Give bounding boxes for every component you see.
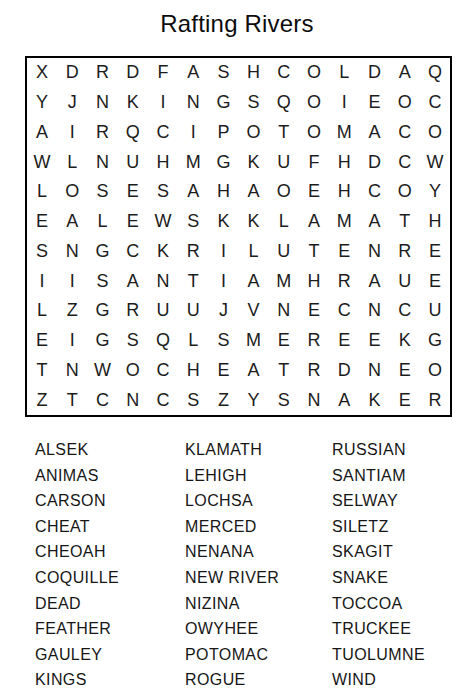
word-list-item: NIZINA	[185, 591, 279, 617]
grid-cell-r8c3[interactable]: S	[87, 266, 117, 296]
grid-cell-r1c5[interactable]: F	[148, 58, 178, 88]
grid-cell-r6c12[interactable]: A	[359, 207, 389, 237]
grid-cell-r7c14[interactable]: E	[420, 237, 450, 267]
grid-cell-r5c10[interactable]: E	[299, 177, 329, 207]
grid-cell-r11c13[interactable]: E	[390, 356, 420, 386]
grid-cell-r3c9[interactable]: T	[269, 118, 299, 148]
word-list-item: CHEOAH	[35, 539, 119, 565]
grid-cell-r4c11[interactable]: H	[329, 147, 359, 177]
grid-cell-r3c14[interactable]: O	[420, 118, 450, 148]
word-list-item: ROGUE	[185, 667, 279, 693]
grid-cell-r3c12[interactable]: A	[359, 118, 389, 148]
grid-cell-r9c4[interactable]: R	[118, 296, 148, 326]
grid-cell-r8c14[interactable]: E	[420, 266, 450, 296]
word-list-item: KLAMATH	[185, 437, 279, 463]
word-list-item: FEATHER	[35, 616, 119, 642]
grid-cell-r8c9[interactable]: M	[269, 266, 299, 296]
word-list-item: ANIMAS	[35, 463, 119, 489]
grid-cell-r4c5[interactable]: H	[148, 147, 178, 177]
grid-cell-r5c3[interactable]: S	[87, 177, 117, 207]
grid-cell-r2c9[interactable]: Q	[269, 88, 299, 118]
word-list-item: CHEAT	[35, 514, 119, 540]
word-list-item: NENANA	[185, 539, 279, 565]
word-list-item: POTOMAC	[185, 642, 279, 668]
grid-cell-r5c9[interactable]: O	[269, 177, 299, 207]
grid-cell-r4c13[interactable]: C	[390, 147, 420, 177]
grid-cell-r3c11[interactable]: M	[329, 118, 359, 148]
grid-cell-r3c5[interactable]: C	[148, 118, 178, 148]
word-list-item: WIND	[332, 667, 425, 693]
word-list-item: SILETZ	[332, 514, 425, 540]
grid-cell-r10c13[interactable]: K	[390, 326, 420, 356]
grid-cell-r5c14[interactable]: Y	[420, 177, 450, 207]
grid-cell-r4c10[interactable]: F	[299, 147, 329, 177]
grid-cell-r1c14[interactable]: Q	[420, 58, 450, 88]
grid-cell-r7c11[interactable]: E	[329, 237, 359, 267]
grid-cell-r12c12[interactable]: K	[359, 385, 389, 415]
grid-cell-r4c3[interactable]: N	[87, 147, 117, 177]
grid-cell-r12c6[interactable]: S	[178, 385, 208, 415]
grid-cell-r1c8[interactable]: H	[238, 58, 268, 88]
grid-cell-r12c1[interactable]: Z	[27, 385, 57, 415]
grid-cell-r2c2[interactable]: J	[57, 88, 87, 118]
grid-cell-r12c13[interactable]: E	[390, 385, 420, 415]
grid-cell-r11c9[interactable]: T	[269, 356, 299, 386]
grid-cell-r2c14[interactable]: C	[420, 88, 450, 118]
grid-cell-r4c7[interactable]: G	[208, 147, 238, 177]
grid-cell-r10c8[interactable]: M	[238, 326, 268, 356]
grid-cell-r6c1[interactable]: E	[27, 207, 57, 237]
grid-cell-r7c6[interactable]: R	[178, 237, 208, 267]
word-list-item: TRUCKEE	[332, 616, 425, 642]
grid-cell-r6c9[interactable]: L	[269, 207, 299, 237]
grid-cell-r4c2[interactable]: L	[57, 147, 87, 177]
word-list-column-2: KLAMATHLEHIGHLOCHSAMERCEDNENANANEW RIVER…	[185, 437, 279, 693]
grid-cell-r1c3[interactable]: R	[87, 58, 117, 88]
grid-cell-r5c1[interactable]: L	[27, 177, 57, 207]
word-list-item: OWYHEE	[185, 616, 279, 642]
grid-cell-r7c13[interactable]: R	[390, 237, 420, 267]
grid-cell-r3c13[interactable]: C	[390, 118, 420, 148]
grid-cell-r5c12[interactable]: C	[359, 177, 389, 207]
word-search-grid: XDRDFASHCOLDAQYJNKINGSQOIEOCAIRQCIPOTOMA…	[25, 56, 452, 417]
grid-cell-r11c10[interactable]: R	[299, 356, 329, 386]
grid-cell-r11c11[interactable]: D	[329, 356, 359, 386]
grid-cell-r9c10[interactable]: E	[299, 296, 329, 326]
grid-cell-r7c8[interactable]: L	[238, 237, 268, 267]
grid-cell-r7c3[interactable]: G	[87, 237, 117, 267]
grid-cell-r5c8[interactable]: A	[238, 177, 268, 207]
grid-cell-r2c4[interactable]: K	[118, 88, 148, 118]
grid-cell-r10c9[interactable]: E	[269, 326, 299, 356]
grid-cell-r3c4[interactable]: Q	[118, 118, 148, 148]
grid-cell-r7c1[interactable]: S	[27, 237, 57, 267]
word-list-item: SKAGIT	[332, 539, 425, 565]
grid-cell-r2c1[interactable]: Y	[27, 88, 57, 118]
grid-cell-r6c4[interactable]: E	[118, 207, 148, 237]
grid-cell-r11c14[interactable]: O	[420, 356, 450, 386]
grid-cell-r1c7[interactable]: S	[208, 58, 238, 88]
word-list-item: TUOLUMNE	[332, 642, 425, 668]
grid-cell-r2c3[interactable]: N	[87, 88, 117, 118]
grid-cell-r11c1[interactable]: T	[27, 356, 57, 386]
grid-cell-r4c1[interactable]: W	[27, 147, 57, 177]
grid-cell-r4c12[interactable]: D	[359, 147, 389, 177]
grid-cell-r10c10[interactable]: R	[299, 326, 329, 356]
grid-cell-r7c4[interactable]: C	[118, 237, 148, 267]
grid-cell-r1c1[interactable]: X	[27, 58, 57, 88]
grid-cell-r8c1[interactable]: I	[27, 266, 57, 296]
word-list-item: RUSSIAN	[332, 437, 425, 463]
grid-cell-r6c6[interactable]: S	[178, 207, 208, 237]
word-list-item: TOCCOA	[332, 591, 425, 617]
grid-cell-r4c6[interactable]: M	[178, 147, 208, 177]
grid-cell-r5c7[interactable]: H	[208, 177, 238, 207]
word-list-item: MERCED	[185, 514, 279, 540]
grid-cell-r1c9[interactable]: C	[269, 58, 299, 88]
grid-cell-r12c2[interactable]: T	[57, 385, 87, 415]
grid-cell-r11c5[interactable]: C	[148, 356, 178, 386]
grid-cell-r4c14[interactable]: W	[420, 147, 450, 177]
grid-cell-r10c1[interactable]: E	[27, 326, 57, 356]
grid-cell-r2c7[interactable]: G	[208, 88, 238, 118]
grid-cell-r3c10[interactable]: O	[299, 118, 329, 148]
grid-cell-r8c4[interactable]: A	[118, 266, 148, 296]
grid-cell-r4c8[interactable]: K	[238, 147, 268, 177]
word-list-item: SNAKE	[332, 565, 425, 591]
puzzle-title: Rafting Rivers	[0, 10, 474, 38]
grid-cell-r9c13[interactable]: C	[390, 296, 420, 326]
grid-cell-r9c5[interactable]: U	[148, 296, 178, 326]
grid-cell-r8c12[interactable]: A	[359, 266, 389, 296]
word-list-column-1: ALSEKANIMASCARSONCHEATCHEOAHCOQUILLEDEAD…	[35, 437, 119, 693]
grid-cell-r11c3[interactable]: W	[87, 356, 117, 386]
grid-cell-r12c4[interactable]: N	[118, 385, 148, 415]
grid-cell-r3c8[interactable]: O	[238, 118, 268, 148]
word-list-column-3: RUSSIANSANTIAMSELWAYSILETZSKAGITSNAKETOC…	[332, 437, 425, 693]
word-list-item: LOCHSA	[185, 488, 279, 514]
grid-cell-r8c8[interactable]: A	[238, 266, 268, 296]
grid-cell-r3c6[interactable]: I	[178, 118, 208, 148]
grid-cell-r10c14[interactable]: G	[420, 326, 450, 356]
word-list-item: ALSEK	[35, 437, 119, 463]
grid-cell-r3c3[interactable]: R	[87, 118, 117, 148]
word-list-item: SELWAY	[332, 488, 425, 514]
grid-cell-r1c6[interactable]: A	[178, 58, 208, 88]
grid-cell-r10c7[interactable]: S	[208, 326, 238, 356]
grid-cell-r9c9[interactable]: N	[269, 296, 299, 326]
grid-cell-r6c5[interactable]: W	[148, 207, 178, 237]
grid-cell-r7c2[interactable]: N	[57, 237, 87, 267]
grid-cell-r12c10[interactable]: N	[299, 385, 329, 415]
grid-cell-r5c4[interactable]: E	[118, 177, 148, 207]
word-list-item: CARSON	[35, 488, 119, 514]
grid-cell-r5c6[interactable]: A	[178, 177, 208, 207]
grid-cell-r8c7[interactable]: I	[208, 266, 238, 296]
grid-cell-r12c11[interactable]: A	[329, 385, 359, 415]
grid-cell-r9c14[interactable]: U	[420, 296, 450, 326]
grid-cell-r8c11[interactable]: R	[329, 266, 359, 296]
grid-cell-r2c12[interactable]: E	[359, 88, 389, 118]
grid-cell-r1c4[interactable]: D	[118, 58, 148, 88]
grid-cell-r11c12[interactable]: N	[359, 356, 389, 386]
grid-cell-r1c11[interactable]: L	[329, 58, 359, 88]
word-list-item: GAULEY	[35, 642, 119, 668]
grid-cell-r8c6[interactable]: T	[178, 266, 208, 296]
grid-cell-r3c1[interactable]: A	[27, 118, 57, 148]
grid-cell-r7c10[interactable]: T	[299, 237, 329, 267]
grid-cell-r9c7[interactable]: J	[208, 296, 238, 326]
grid-cell-r12c7[interactable]: Z	[208, 385, 238, 415]
grid-cell-r11c7[interactable]: E	[208, 356, 238, 386]
word-list-item: NEW RIVER	[185, 565, 279, 591]
grid-cell-r11c6[interactable]: H	[178, 356, 208, 386]
grid-cell-r4c4[interactable]: U	[118, 147, 148, 177]
grid-cell-r10c2[interactable]: I	[57, 326, 87, 356]
grid-cell-r6c3[interactable]: L	[87, 207, 117, 237]
grid-cell-r12c3[interactable]: C	[87, 385, 117, 415]
grid-cell-r8c13[interactable]: U	[390, 266, 420, 296]
grid-cell-r5c5[interactable]: S	[148, 177, 178, 207]
grid-cell-r10c5[interactable]: Q	[148, 326, 178, 356]
grid-cell-r8c5[interactable]: N	[148, 266, 178, 296]
grid-cell-r2c5[interactable]: I	[148, 88, 178, 118]
grid-cell-r9c2[interactable]: Z	[57, 296, 87, 326]
grid-cell-r9c6[interactable]: U	[178, 296, 208, 326]
grid-cell-r10c11[interactable]: E	[329, 326, 359, 356]
grid-cell-r6c2[interactable]: A	[57, 207, 87, 237]
grid-cell-r1c12[interactable]: D	[359, 58, 389, 88]
grid-cell-r1c13[interactable]: A	[390, 58, 420, 88]
grid-cell-r6c14[interactable]: H	[420, 207, 450, 237]
word-list-item: KINGS	[35, 667, 119, 693]
grid-cell-r12c5[interactable]: C	[148, 385, 178, 415]
word-list-item: LEHIGH	[185, 463, 279, 489]
grid-cell-r5c11[interactable]: H	[329, 177, 359, 207]
grid-cell-r2c13[interactable]: O	[390, 88, 420, 118]
grid-cell-r11c2[interactable]: N	[57, 356, 87, 386]
grid-cell-r5c13[interactable]: O	[390, 177, 420, 207]
word-list-item: COQUILLE	[35, 565, 119, 591]
grid-cell-r9c12[interactable]: N	[359, 296, 389, 326]
grid-cell-r6c7[interactable]: K	[208, 207, 238, 237]
grid-cell-r7c9[interactable]: U	[269, 237, 299, 267]
grid-cell-r10c12[interactable]: E	[359, 326, 389, 356]
grid-cell-r2c11[interactable]: I	[329, 88, 359, 118]
word-list-item: SANTIAM	[332, 463, 425, 489]
word-list-item: DEAD	[35, 591, 119, 617]
grid-cell-r8c10[interactable]: H	[299, 266, 329, 296]
grid-cell-r5c2[interactable]: O	[57, 177, 87, 207]
grid-cell-r6c8[interactable]: K	[238, 207, 268, 237]
grid-cell-r1c2[interactable]: D	[57, 58, 87, 88]
grid-cell-r3c2[interactable]: I	[57, 118, 87, 148]
grid-cell-r11c4[interactable]: O	[118, 356, 148, 386]
grid-cell-r10c4[interactable]: S	[118, 326, 148, 356]
grid-cell-r9c1[interactable]: L	[27, 296, 57, 326]
grid-cell-r4c9[interactable]: U	[269, 147, 299, 177]
grid-cell-r2c6[interactable]: N	[178, 88, 208, 118]
grid-cell-r2c8[interactable]: S	[238, 88, 268, 118]
grid-cell-r7c7[interactable]: I	[208, 237, 238, 267]
grid-cell-r9c11[interactable]: C	[329, 296, 359, 326]
grid-cell-r7c5[interactable]: K	[148, 237, 178, 267]
grid-cell-r12c9[interactable]: S	[269, 385, 299, 415]
grid-cell-r12c8[interactable]: Y	[238, 385, 268, 415]
grid-cell-r12c14[interactable]: R	[420, 385, 450, 415]
grid-cell-r6c10[interactable]: A	[299, 207, 329, 237]
grid-cell-r1c10[interactable]: O	[299, 58, 329, 88]
grid-cell-r7c12[interactable]: N	[359, 237, 389, 267]
grid-cell-r9c8[interactable]: V	[238, 296, 268, 326]
grid-cell-r6c13[interactable]: T	[390, 207, 420, 237]
grid-cell-r10c3[interactable]: G	[87, 326, 117, 356]
grid-cell-r6c11[interactable]: M	[329, 207, 359, 237]
grid-cell-r2c10[interactable]: O	[299, 88, 329, 118]
grid-cell-r8c2[interactable]: I	[57, 266, 87, 296]
grid-cell-r9c3[interactable]: G	[87, 296, 117, 326]
grid-cell-r3c7[interactable]: P	[208, 118, 238, 148]
grid-cell-r11c8[interactable]: A	[238, 356, 268, 386]
grid-cell-r10c6[interactable]: L	[178, 326, 208, 356]
